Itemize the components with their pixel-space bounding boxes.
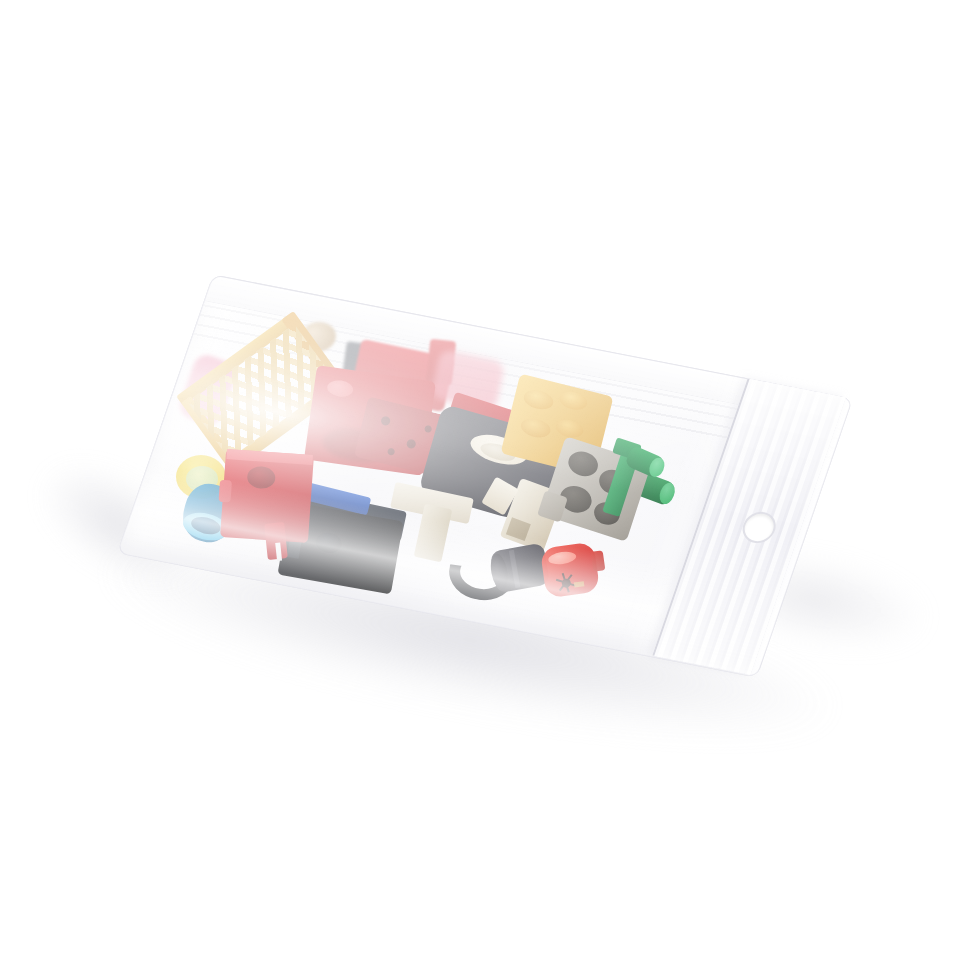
photo-scene bbox=[0, 0, 970, 971]
